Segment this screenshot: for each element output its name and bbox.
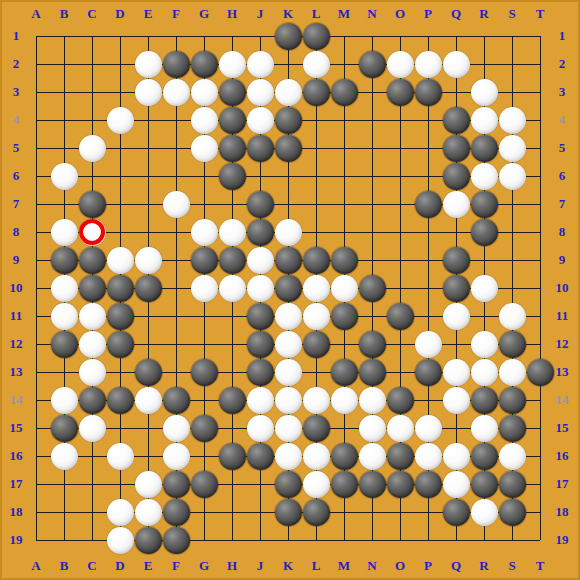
stone-black-D14[interactable]: [107, 387, 134, 414]
row-label-left-9: 9: [13, 252, 20, 268]
go-board[interactable]: AABBCCDDEEFFGGHHJJKKLLMMNNOOPPQQRRSSTT11…: [0, 0, 580, 580]
stone-white-P15[interactable]: [415, 415, 442, 442]
stone-black-H6[interactable]: [219, 163, 246, 190]
stone-black-K5[interactable]: [275, 135, 302, 162]
stone-white-F3[interactable]: [163, 79, 190, 106]
stone-black-J11[interactable]: [247, 303, 274, 330]
stone-black-L1[interactable]: [303, 23, 330, 50]
stone-white-S4[interactable]: [499, 107, 526, 134]
stone-black-J8[interactable]: [247, 219, 274, 246]
row-label-right-18: 18: [556, 504, 569, 520]
col-label-bottom-N: N: [367, 558, 376, 574]
stone-black-S12[interactable]: [499, 331, 526, 358]
stone-white-B10[interactable]: [51, 275, 78, 302]
stone-white-N16[interactable]: [359, 443, 386, 470]
stone-black-K4[interactable]: [275, 107, 302, 134]
col-label-bottom-J: J: [257, 558, 264, 574]
stone-black-R14[interactable]: [471, 387, 498, 414]
stone-white-K3[interactable]: [275, 79, 302, 106]
col-label-bottom-S: S: [508, 558, 515, 574]
row-label-left-4: 4: [13, 112, 20, 128]
row-label-right-5: 5: [559, 140, 566, 156]
stone-white-L14[interactable]: [303, 387, 330, 414]
stone-white-J15[interactable]: [247, 415, 274, 442]
stone-white-E18[interactable]: [135, 499, 162, 526]
col-label-bottom-L: L: [312, 558, 321, 574]
row-label-right-17: 17: [556, 476, 569, 492]
stone-black-Q18[interactable]: [443, 499, 470, 526]
row-label-left-17: 17: [10, 476, 23, 492]
stone-black-M11[interactable]: [331, 303, 358, 330]
stone-white-R13[interactable]: [471, 359, 498, 386]
stone-black-R5[interactable]: [471, 135, 498, 162]
stone-black-C9[interactable]: [79, 247, 106, 274]
stone-black-P7[interactable]: [415, 191, 442, 218]
row-label-left-10: 10: [10, 280, 23, 296]
stone-white-R12[interactable]: [471, 331, 498, 358]
stone-white-K11[interactable]: [275, 303, 302, 330]
stone-black-F17[interactable]: [163, 471, 190, 498]
stone-black-N2[interactable]: [359, 51, 386, 78]
stone-black-Q9[interactable]: [443, 247, 470, 274]
col-label-bottom-C: C: [87, 558, 96, 574]
stone-black-R7[interactable]: [471, 191, 498, 218]
col-label-bottom-R: R: [479, 558, 488, 574]
stone-black-T13[interactable]: [527, 359, 554, 386]
stone-black-M13[interactable]: [331, 359, 358, 386]
stone-white-O2[interactable]: [387, 51, 414, 78]
stone-black-F2[interactable]: [163, 51, 190, 78]
stone-black-L12[interactable]: [303, 331, 330, 358]
stone-black-K17[interactable]: [275, 471, 302, 498]
stone-black-N13[interactable]: [359, 359, 386, 386]
stone-white-J3[interactable]: [247, 79, 274, 106]
row-label-left-5: 5: [13, 140, 20, 156]
stone-white-L2[interactable]: [303, 51, 330, 78]
row-label-right-1: 1: [559, 28, 566, 44]
col-label-top-O: O: [395, 6, 405, 22]
go-board-page: AABBCCDDEEFFGGHHJJKKLLMMNNOOPPQQRRSSTT11…: [0, 0, 580, 580]
stone-white-Q11[interactable]: [443, 303, 470, 330]
row-label-right-4: 4: [559, 112, 566, 128]
stone-black-K18[interactable]: [275, 499, 302, 526]
stone-white-G3[interactable]: [191, 79, 218, 106]
stone-white-N15[interactable]: [359, 415, 386, 442]
row-label-left-2: 2: [13, 56, 20, 72]
stone-black-L15[interactable]: [303, 415, 330, 442]
stone-black-D12[interactable]: [107, 331, 134, 358]
col-label-top-F: F: [172, 6, 180, 22]
stone-black-J16[interactable]: [247, 443, 274, 470]
row-label-right-2: 2: [559, 56, 566, 72]
stone-white-Q13[interactable]: [443, 359, 470, 386]
stone-black-N17[interactable]: [359, 471, 386, 498]
col-label-bottom-M: M: [338, 558, 350, 574]
stone-black-B9[interactable]: [51, 247, 78, 274]
stone-black-H3[interactable]: [219, 79, 246, 106]
stone-white-H10[interactable]: [219, 275, 246, 302]
stone-black-N12[interactable]: [359, 331, 386, 358]
stone-white-L17[interactable]: [303, 471, 330, 498]
stone-white-C5[interactable]: [79, 135, 106, 162]
stone-black-H16[interactable]: [219, 443, 246, 470]
stone-black-J7[interactable]: [247, 191, 274, 218]
stone-black-E19[interactable]: [135, 527, 162, 554]
stone-white-K16[interactable]: [275, 443, 302, 470]
stone-black-H14[interactable]: [219, 387, 246, 414]
stone-white-F15[interactable]: [163, 415, 190, 442]
col-label-top-S: S: [508, 6, 515, 22]
col-label-bottom-G: G: [199, 558, 209, 574]
stone-white-G10[interactable]: [191, 275, 218, 302]
stone-black-O11[interactable]: [387, 303, 414, 330]
stone-white-Q2[interactable]: [443, 51, 470, 78]
col-label-top-B: B: [60, 6, 69, 22]
row-label-left-6: 6: [13, 168, 20, 184]
last-move-marker: [79, 219, 105, 245]
row-label-right-13: 13: [556, 364, 569, 380]
stone-white-F7[interactable]: [163, 191, 190, 218]
row-label-left-8: 8: [13, 224, 20, 240]
stone-white-P12[interactable]: [415, 331, 442, 358]
col-label-bottom-F: F: [172, 558, 180, 574]
col-label-top-L: L: [312, 6, 321, 22]
row-label-left-7: 7: [13, 196, 20, 212]
row-label-right-8: 8: [559, 224, 566, 240]
stone-white-J9[interactable]: [247, 247, 274, 274]
stone-white-Q7[interactable]: [443, 191, 470, 218]
col-label-bottom-P: P: [424, 558, 432, 574]
stone-black-K9[interactable]: [275, 247, 302, 274]
stone-white-R6[interactable]: [471, 163, 498, 190]
col-label-top-G: G: [199, 6, 209, 22]
stone-black-Q6[interactable]: [443, 163, 470, 190]
col-label-bottom-A: A: [31, 558, 40, 574]
stone-white-L16[interactable]: [303, 443, 330, 470]
stone-white-P2[interactable]: [415, 51, 442, 78]
stone-white-H2[interactable]: [219, 51, 246, 78]
row-label-right-12: 12: [556, 336, 569, 352]
row-label-right-10: 10: [556, 280, 569, 296]
stone-white-Q14[interactable]: [443, 387, 470, 414]
stone-white-N14[interactable]: [359, 387, 386, 414]
stone-black-P13[interactable]: [415, 359, 442, 386]
stone-black-R8[interactable]: [471, 219, 498, 246]
stone-white-B8[interactable]: [51, 219, 78, 246]
stone-black-S17[interactable]: [499, 471, 526, 498]
stone-white-R15[interactable]: [471, 415, 498, 442]
stone-white-J10[interactable]: [247, 275, 274, 302]
stone-white-M14[interactable]: [331, 387, 358, 414]
stone-white-E2[interactable]: [135, 51, 162, 78]
stone-white-Q17[interactable]: [443, 471, 470, 498]
stone-white-C11[interactable]: [79, 303, 106, 330]
col-label-top-D: D: [115, 6, 124, 22]
stone-black-Q5[interactable]: [443, 135, 470, 162]
stone-black-Q10[interactable]: [443, 275, 470, 302]
row-label-right-19: 19: [556, 532, 569, 548]
stone-black-H5[interactable]: [219, 135, 246, 162]
stone-black-M17[interactable]: [331, 471, 358, 498]
row-label-left-3: 3: [13, 84, 20, 100]
stone-black-J13[interactable]: [247, 359, 274, 386]
row-label-left-19: 19: [10, 532, 23, 548]
stone-white-D9[interactable]: [107, 247, 134, 274]
col-label-bottom-E: E: [144, 558, 153, 574]
stone-white-R4[interactable]: [471, 107, 498, 134]
stone-black-L18[interactable]: [303, 499, 330, 526]
stone-white-G4[interactable]: [191, 107, 218, 134]
row-label-right-6: 6: [559, 168, 566, 184]
stone-white-K12[interactable]: [275, 331, 302, 358]
col-label-top-C: C: [87, 6, 96, 22]
stone-white-J4[interactable]: [247, 107, 274, 134]
stone-white-K13[interactable]: [275, 359, 302, 386]
col-label-top-K: K: [283, 6, 293, 22]
stone-black-S15[interactable]: [499, 415, 526, 442]
stone-black-R17[interactable]: [471, 471, 498, 498]
stone-white-J2[interactable]: [247, 51, 274, 78]
stone-white-M10[interactable]: [331, 275, 358, 302]
stone-black-O17[interactable]: [387, 471, 414, 498]
stone-black-E13[interactable]: [135, 359, 162, 386]
stone-white-D19[interactable]: [107, 527, 134, 554]
stone-white-B14[interactable]: [51, 387, 78, 414]
stone-black-F19[interactable]: [163, 527, 190, 554]
stone-white-D18[interactable]: [107, 499, 134, 526]
stone-white-P16[interactable]: [415, 443, 442, 470]
col-label-bottom-D: D: [115, 558, 124, 574]
stone-black-D11[interactable]: [107, 303, 134, 330]
stone-white-E17[interactable]: [135, 471, 162, 498]
stone-white-B16[interactable]: [51, 443, 78, 470]
row-label-right-9: 9: [559, 252, 566, 268]
stone-white-C13[interactable]: [79, 359, 106, 386]
stone-white-L10[interactable]: [303, 275, 330, 302]
row-label-right-11: 11: [556, 308, 568, 324]
stone-white-K8[interactable]: [275, 219, 302, 246]
col-label-top-H: H: [227, 6, 237, 22]
stone-black-H9[interactable]: [219, 247, 246, 274]
stone-white-K14[interactable]: [275, 387, 302, 414]
stone-black-S18[interactable]: [499, 499, 526, 526]
stone-black-P17[interactable]: [415, 471, 442, 498]
stone-white-D4[interactable]: [107, 107, 134, 134]
row-label-left-1: 1: [13, 28, 20, 44]
row-label-left-14: 14: [10, 392, 23, 408]
stone-white-K15[interactable]: [275, 415, 302, 442]
stone-black-C7[interactable]: [79, 191, 106, 218]
stone-black-C14[interactable]: [79, 387, 106, 414]
stone-white-R18[interactable]: [471, 499, 498, 526]
stone-black-K10[interactable]: [275, 275, 302, 302]
stone-white-H8[interactable]: [219, 219, 246, 246]
row-label-left-13: 13: [10, 364, 23, 380]
stone-black-F18[interactable]: [163, 499, 190, 526]
stone-black-C10[interactable]: [79, 275, 106, 302]
stone-black-R16[interactable]: [471, 443, 498, 470]
col-label-top-R: R: [479, 6, 488, 22]
stone-black-G13[interactable]: [191, 359, 218, 386]
stone-black-O3[interactable]: [387, 79, 414, 106]
stone-white-E3[interactable]: [135, 79, 162, 106]
stone-white-Q16[interactable]: [443, 443, 470, 470]
stone-black-N10[interactable]: [359, 275, 386, 302]
col-label-top-P: P: [424, 6, 432, 22]
col-label-top-A: A: [31, 6, 40, 22]
row-label-left-16: 16: [10, 448, 23, 464]
col-label-bottom-Q: Q: [451, 558, 461, 574]
stone-white-S6[interactable]: [499, 163, 526, 190]
stone-black-M9[interactable]: [331, 247, 358, 274]
col-label-bottom-O: O: [395, 558, 405, 574]
stone-white-D16[interactable]: [107, 443, 134, 470]
stone-white-E9[interactable]: [135, 247, 162, 274]
stone-white-S11[interactable]: [499, 303, 526, 330]
stone-black-L9[interactable]: [303, 247, 330, 274]
col-label-top-E: E: [144, 6, 153, 22]
stone-black-H4[interactable]: [219, 107, 246, 134]
stone-black-O14[interactable]: [387, 387, 414, 414]
stone-black-Q4[interactable]: [443, 107, 470, 134]
stone-black-D10[interactable]: [107, 275, 134, 302]
stone-black-P3[interactable]: [415, 79, 442, 106]
row-label-left-12: 12: [10, 336, 23, 352]
row-label-right-3: 3: [559, 84, 566, 100]
stone-black-M3[interactable]: [331, 79, 358, 106]
stone-white-C12[interactable]: [79, 331, 106, 358]
stone-white-B6[interactable]: [51, 163, 78, 190]
row-label-right-14: 14: [556, 392, 569, 408]
stone-white-J14[interactable]: [247, 387, 274, 414]
stone-black-G17[interactable]: [191, 471, 218, 498]
stone-black-G2[interactable]: [191, 51, 218, 78]
stone-black-M16[interactable]: [331, 443, 358, 470]
col-label-top-M: M: [338, 6, 350, 22]
stone-black-J12[interactable]: [247, 331, 274, 358]
stone-white-B11[interactable]: [51, 303, 78, 330]
row-label-left-18: 18: [10, 504, 23, 520]
stone-black-S14[interactable]: [499, 387, 526, 414]
col-label-top-N: N: [367, 6, 376, 22]
col-label-top-J: J: [257, 6, 264, 22]
stone-white-L11[interactable]: [303, 303, 330, 330]
stone-black-B12[interactable]: [51, 331, 78, 358]
col-label-bottom-B: B: [60, 558, 69, 574]
col-label-bottom-T: T: [536, 558, 545, 574]
stone-black-G9[interactable]: [191, 247, 218, 274]
stone-white-C15[interactable]: [79, 415, 106, 442]
row-label-right-7: 7: [559, 196, 566, 212]
stone-white-O15[interactable]: [387, 415, 414, 442]
stone-black-J5[interactable]: [247, 135, 274, 162]
stone-white-S5[interactable]: [499, 135, 526, 162]
stone-black-K1[interactable]: [275, 23, 302, 50]
stone-black-O16[interactable]: [387, 443, 414, 470]
col-label-bottom-H: H: [227, 558, 237, 574]
row-label-right-15: 15: [556, 420, 569, 436]
stone-black-F14[interactable]: [163, 387, 190, 414]
stone-white-G5[interactable]: [191, 135, 218, 162]
col-label-top-Q: Q: [451, 6, 461, 22]
row-label-left-11: 11: [10, 308, 22, 324]
stone-white-E14[interactable]: [135, 387, 162, 414]
row-label-right-16: 16: [556, 448, 569, 464]
col-label-bottom-K: K: [283, 558, 293, 574]
stone-black-B15[interactable]: [51, 415, 78, 442]
stone-black-E10[interactable]: [135, 275, 162, 302]
stone-black-G15[interactable]: [191, 415, 218, 442]
stone-white-S16[interactable]: [499, 443, 526, 470]
stone-white-G8[interactable]: [191, 219, 218, 246]
col-label-top-T: T: [536, 6, 545, 22]
stone-white-F16[interactable]: [163, 443, 190, 470]
stone-black-L3[interactable]: [303, 79, 330, 106]
stone-white-R3[interactable]: [471, 79, 498, 106]
row-label-left-15: 15: [10, 420, 23, 436]
stone-white-S13[interactable]: [499, 359, 526, 386]
stone-white-R10[interactable]: [471, 275, 498, 302]
